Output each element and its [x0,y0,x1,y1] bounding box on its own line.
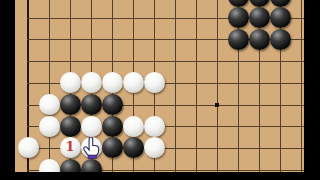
stone-white[interactable] [39,159,60,172]
go-board[interactable]: 1 [15,0,304,172]
stone-white[interactable] [102,72,123,93]
stone-black[interactable] [102,116,123,137]
stone-black[interactable] [270,29,291,50]
grid-line-vertical [196,0,197,172]
move-number-label: 1 [60,137,80,157]
star-point [215,103,219,107]
stone-black[interactable] [270,7,291,28]
video-frame: 1 [0,0,320,180]
stone-black[interactable] [249,0,270,7]
stone-black[interactable] [81,159,102,172]
stone-black[interactable] [102,137,123,158]
stone-black[interactable] [270,0,291,7]
stone-white[interactable] [81,116,102,137]
grid-line-vertical [301,0,302,172]
grid-line-horizontal [27,61,304,62]
stone-white[interactable] [123,72,144,93]
stone-white[interactable] [144,116,165,137]
stone-white[interactable] [81,72,102,93]
stone-white[interactable] [18,137,39,158]
stone-white[interactable] [60,72,81,93]
stone-white[interactable] [39,116,60,137]
stone-black[interactable] [249,7,270,28]
grid-line-vertical [217,0,218,172]
stone-black[interactable] [102,94,123,115]
stone-black[interactable] [228,7,249,28]
stone-white[interactable] [144,137,165,158]
grid-line-vertical [175,0,176,172]
grid-line-vertical [49,0,50,172]
stone-white[interactable] [39,94,60,115]
stone-white[interactable] [123,116,144,137]
stone-black[interactable] [81,94,102,115]
stone-black[interactable] [60,159,81,172]
stone-black[interactable] [228,29,249,50]
hand-cursor-icon [83,137,100,159]
stone-black[interactable] [60,94,81,115]
stone-black[interactable] [249,29,270,50]
stone-black[interactable] [228,0,249,7]
stone-black[interactable] [60,116,81,137]
stone-white[interactable] [144,72,165,93]
stone-black[interactable] [123,137,144,158]
